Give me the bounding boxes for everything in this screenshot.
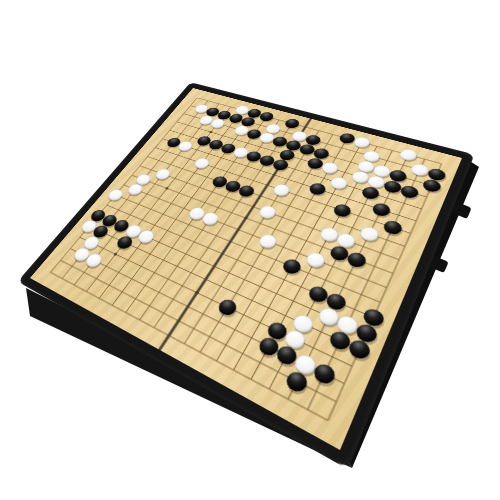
- stone-white: [304, 251, 327, 270]
- stone-black: [332, 202, 354, 218]
- stone-black: [283, 118, 301, 130]
- stone-black: [216, 297, 240, 318]
- stone-white: [329, 176, 350, 191]
- stone-white: [153, 167, 172, 180]
- stone-white: [192, 157, 211, 170]
- stone-white: [257, 233, 279, 251]
- stone-white: [271, 183, 291, 198]
- stone-black: [306, 284, 330, 305]
- stone-black: [280, 257, 303, 276]
- board-grid: [30, 88, 462, 450]
- go-board-photo: [0, 0, 500, 500]
- stone-white: [106, 188, 125, 202]
- stone-black: [307, 181, 328, 196]
- stone-white: [320, 161, 340, 175]
- stone-white: [257, 204, 278, 220]
- stone-black: [338, 132, 357, 145]
- go-board: [30, 88, 462, 450]
